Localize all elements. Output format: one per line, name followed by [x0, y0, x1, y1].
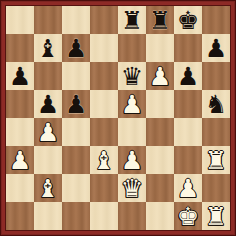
- square-h4[interactable]: [202, 118, 230, 146]
- square-f8[interactable]: ♜: [146, 6, 174, 34]
- square-f2[interactable]: [146, 174, 174, 202]
- square-e7[interactable]: [118, 34, 146, 62]
- square-d1[interactable]: [90, 202, 118, 230]
- black-pawn[interactable]: ♟: [202, 34, 230, 62]
- square-g5[interactable]: [174, 90, 202, 118]
- square-h3[interactable]: ♜: [202, 146, 230, 174]
- square-c1[interactable]: [62, 202, 90, 230]
- square-g1[interactable]: ♚: [174, 202, 202, 230]
- square-g3[interactable]: [174, 146, 202, 174]
- square-f6[interactable]: ♟: [146, 62, 174, 90]
- white-queen[interactable]: ♛: [118, 174, 146, 202]
- square-f1[interactable]: [146, 202, 174, 230]
- square-d7[interactable]: [90, 34, 118, 62]
- square-a5[interactable]: [6, 90, 34, 118]
- square-e4[interactable]: [118, 118, 146, 146]
- black-king[interactable]: ♚: [174, 6, 202, 34]
- square-h8[interactable]: [202, 6, 230, 34]
- square-c8[interactable]: [62, 6, 90, 34]
- square-g7[interactable]: [174, 34, 202, 62]
- square-h6[interactable]: [202, 62, 230, 90]
- black-pawn[interactable]: ♟: [62, 90, 90, 118]
- square-d5[interactable]: [90, 90, 118, 118]
- black-pawn[interactable]: ♟: [62, 34, 90, 62]
- white-rook[interactable]: ♜: [202, 202, 230, 230]
- black-rook[interactable]: ♜: [146, 6, 174, 34]
- white-pawn[interactable]: ♟: [174, 174, 202, 202]
- square-b2[interactable]: ♝: [34, 174, 62, 202]
- square-c3[interactable]: [62, 146, 90, 174]
- white-pawn[interactable]: ♟: [6, 146, 34, 174]
- white-pawn[interactable]: ♟: [34, 118, 62, 146]
- square-a2[interactable]: [6, 174, 34, 202]
- white-king[interactable]: ♚: [174, 202, 202, 230]
- square-c7[interactable]: ♟: [62, 34, 90, 62]
- square-g2[interactable]: ♟: [174, 174, 202, 202]
- square-b4[interactable]: ♟: [34, 118, 62, 146]
- black-bishop[interactable]: ♝: [34, 34, 62, 62]
- square-a4[interactable]: [6, 118, 34, 146]
- square-a7[interactable]: [6, 34, 34, 62]
- black-queen[interactable]: ♛: [118, 62, 146, 90]
- board-frame: ♜♜♚♝♟♟♟♛♟♟♟♟♟♞♟♟♝♟♜♝♛♟♚♜: [0, 0, 236, 236]
- square-a3[interactable]: ♟: [6, 146, 34, 174]
- square-h5[interactable]: ♞: [202, 90, 230, 118]
- square-b6[interactable]: [34, 62, 62, 90]
- black-rook[interactable]: ♜: [118, 6, 146, 34]
- black-pawn[interactable]: ♟: [34, 90, 62, 118]
- white-pawn[interactable]: ♟: [118, 146, 146, 174]
- square-c4[interactable]: [62, 118, 90, 146]
- square-d4[interactable]: [90, 118, 118, 146]
- white-pawn[interactable]: ♟: [118, 90, 146, 118]
- white-bishop[interactable]: ♝: [90, 146, 118, 174]
- square-d8[interactable]: [90, 6, 118, 34]
- chess-board: ♜♜♚♝♟♟♟♛♟♟♟♟♟♞♟♟♝♟♜♝♛♟♚♜: [6, 6, 230, 230]
- square-g6[interactable]: ♟: [174, 62, 202, 90]
- square-b7[interactable]: ♝: [34, 34, 62, 62]
- square-c5[interactable]: ♟: [62, 90, 90, 118]
- square-b1[interactable]: [34, 202, 62, 230]
- white-rook[interactable]: ♜: [202, 146, 230, 174]
- square-f3[interactable]: [146, 146, 174, 174]
- square-c2[interactable]: [62, 174, 90, 202]
- square-e8[interactable]: ♜: [118, 6, 146, 34]
- square-e5[interactable]: ♟: [118, 90, 146, 118]
- square-f4[interactable]: [146, 118, 174, 146]
- square-e2[interactable]: ♛: [118, 174, 146, 202]
- square-a6[interactable]: ♟: [6, 62, 34, 90]
- black-pawn[interactable]: ♟: [6, 62, 34, 90]
- square-e1[interactable]: [118, 202, 146, 230]
- square-h7[interactable]: ♟: [202, 34, 230, 62]
- black-pawn[interactable]: ♟: [174, 62, 202, 90]
- black-knight[interactable]: ♞: [202, 90, 230, 118]
- square-a1[interactable]: [6, 202, 34, 230]
- white-pawn[interactable]: ♟: [146, 62, 174, 90]
- square-g4[interactable]: [174, 118, 202, 146]
- square-e6[interactable]: ♛: [118, 62, 146, 90]
- square-b8[interactable]: [34, 6, 62, 34]
- square-d3[interactable]: ♝: [90, 146, 118, 174]
- square-f7[interactable]: [146, 34, 174, 62]
- square-h2[interactable]: [202, 174, 230, 202]
- square-a8[interactable]: [6, 6, 34, 34]
- square-b3[interactable]: [34, 146, 62, 174]
- square-d6[interactable]: [90, 62, 118, 90]
- white-bishop[interactable]: ♝: [34, 174, 62, 202]
- square-f5[interactable]: [146, 90, 174, 118]
- square-b5[interactable]: ♟: [34, 90, 62, 118]
- square-e3[interactable]: ♟: [118, 146, 146, 174]
- square-g8[interactable]: ♚: [174, 6, 202, 34]
- square-h1[interactable]: ♜: [202, 202, 230, 230]
- square-d2[interactable]: [90, 174, 118, 202]
- square-c6[interactable]: [62, 62, 90, 90]
